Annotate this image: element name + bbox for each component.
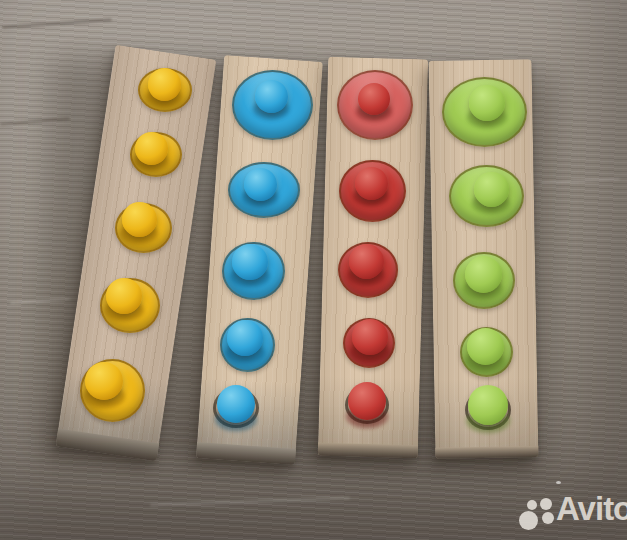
- cylinder-green-size-1: [465, 390, 511, 430]
- avito-logo-circle-large: [519, 511, 538, 530]
- cylinder-knob: [244, 168, 277, 201]
- cylinder-yellow-size-2: [130, 132, 182, 177]
- cylinder-knob: [349, 244, 384, 279]
- cylinder-knob: [122, 202, 157, 237]
- avito-watermark: Avito: [516, 494, 624, 536]
- cylinder-knob: [148, 68, 181, 101]
- cylinder-knob: [232, 244, 268, 280]
- photo-stage: Avito: [0, 0, 627, 540]
- cylinder-blue-size-3: [222, 242, 285, 300]
- cylinder-knob: [474, 172, 509, 207]
- cylinder-red-size-3: [338, 242, 398, 298]
- cylinder-knob: [217, 385, 255, 423]
- cylinder-yellow-size-1: [138, 68, 192, 112]
- cylinder-blue-size-1: [213, 388, 259, 428]
- cylinder-knob: [348, 382, 386, 420]
- cylinder-yellow-size-3: [115, 203, 172, 253]
- cylinder-knob: [465, 256, 502, 293]
- cylinder-green-size-3: [453, 252, 515, 309]
- avito-watermark-text: Avito: [556, 490, 627, 528]
- cylinder-knob: [85, 362, 123, 400]
- avito-logo-circle-small2: [542, 512, 554, 524]
- cylinder-green-size-4: [449, 165, 524, 227]
- cylinder-red-size-1: [345, 386, 389, 424]
- avito-logo-circle-small: [527, 500, 537, 510]
- cylinder-red-size-4: [339, 160, 406, 222]
- avito-logo-circle-medium: [540, 498, 552, 510]
- cylinder-blue-size-5: [232, 70, 313, 140]
- cylinder-knob: [227, 320, 263, 356]
- cylinder-knob: [467, 328, 504, 365]
- cylinder-yellow-size-5: [80, 359, 145, 422]
- block-end-face: [435, 446, 538, 459]
- cylinder-blue-size-2: [220, 318, 275, 372]
- cylinder-knob: [135, 132, 168, 165]
- floor-paint-speck: [556, 481, 561, 484]
- cylinder-knob: [255, 80, 288, 113]
- cylinder-knob: [468, 385, 508, 425]
- cylinder-knob: [352, 319, 388, 355]
- cylinder-knob: [355, 167, 388, 200]
- cylinder-red-size-5: [337, 70, 413, 140]
- cylinder-green-size-2: [460, 327, 513, 377]
- cylinder-green-size-5: [442, 77, 527, 147]
- cylinder-knob: [469, 85, 505, 121]
- cylinder-red-size-2: [343, 318, 395, 368]
- block-end-face: [318, 443, 418, 459]
- cylinder-yellow-size-4: [100, 278, 160, 333]
- cylinder-blue-size-4: [228, 162, 300, 218]
- cylinder-knob: [106, 278, 142, 314]
- cylinder-knob: [358, 83, 390, 115]
